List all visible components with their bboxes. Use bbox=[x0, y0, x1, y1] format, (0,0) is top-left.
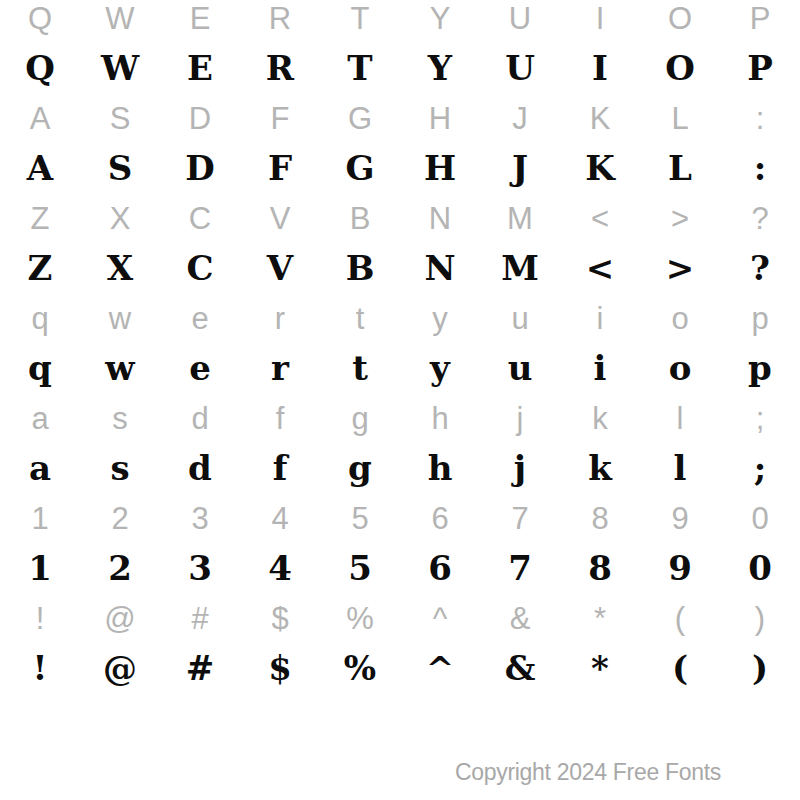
char-cell-ghost: C bbox=[189, 203, 211, 234]
char-cell-ghost: i bbox=[597, 303, 604, 334]
char-cell-solid: s bbox=[110, 451, 129, 485]
char-cell-solid: * bbox=[591, 651, 609, 685]
char-cell-solid: ^ bbox=[426, 651, 455, 685]
char-cell-solid: f bbox=[273, 451, 288, 485]
char-cell-ghost: k bbox=[592, 403, 608, 434]
char-cell-solid: B bbox=[346, 251, 375, 285]
char-cell-solid: e bbox=[189, 351, 211, 385]
char-cell-solid: a bbox=[29, 451, 51, 485]
char-cell-solid: C bbox=[186, 251, 213, 285]
char-cell-ghost: S bbox=[110, 103, 131, 134]
char-cell-solid: r bbox=[271, 351, 289, 385]
char-cell-ghost: ! bbox=[36, 603, 45, 634]
char-cell-ghost: K bbox=[590, 103, 611, 134]
char-cell-solid: t bbox=[352, 351, 368, 385]
char-cell-ghost: ( bbox=[675, 603, 685, 634]
char-cell-ghost: N bbox=[429, 203, 451, 234]
char-cell-solid: ? bbox=[750, 251, 770, 285]
char-cell-solid: # bbox=[186, 651, 215, 685]
char-cell-ghost: l bbox=[677, 403, 684, 434]
char-cell-ghost: Y bbox=[430, 3, 451, 34]
char-cell-solid: W bbox=[101, 51, 139, 85]
char-cell-ghost: d bbox=[191, 403, 208, 434]
char-cell-solid: % bbox=[344, 651, 376, 685]
char-cell-solid: ) bbox=[752, 651, 768, 685]
char-cell-solid: ! bbox=[33, 651, 48, 685]
char-cell-ghost: F bbox=[271, 103, 290, 134]
char-cell-ghost: o bbox=[671, 303, 688, 334]
char-cell-ghost: L bbox=[671, 103, 688, 134]
char-cell-ghost: % bbox=[346, 603, 374, 634]
char-cell-ghost: 8 bbox=[591, 503, 608, 534]
char-cell-solid: V bbox=[267, 251, 293, 285]
char-cell-ghost: ? bbox=[751, 203, 768, 234]
char-cell-ghost: O bbox=[668, 3, 692, 34]
char-cell-ghost: y bbox=[432, 303, 448, 334]
char-cell-solid: 1 bbox=[28, 551, 52, 585]
char-cell-ghost: 4 bbox=[271, 503, 288, 534]
char-cell-solid: H bbox=[424, 151, 456, 185]
char-cell-solid: o bbox=[669, 351, 692, 385]
char-cell-solid: Z bbox=[28, 251, 53, 285]
char-cell-solid: A bbox=[27, 151, 53, 185]
char-cell-ghost: Z bbox=[31, 203, 50, 234]
char-cell-ghost: < bbox=[591, 203, 609, 234]
char-cell-solid: < bbox=[586, 251, 615, 285]
char-cell-solid: p bbox=[748, 351, 772, 385]
char-cell-ghost: 6 bbox=[431, 503, 448, 534]
font-specimen-page: { "game": "font-specimen-character-map",… bbox=[0, 0, 800, 800]
char-cell-ghost: 0 bbox=[751, 503, 768, 534]
char-cell-ghost: * bbox=[594, 603, 606, 634]
copyright-text: Copyright 2024 Free Fonts bbox=[455, 759, 721, 787]
char-cell-ghost: R bbox=[269, 3, 291, 34]
char-cell-ghost: # bbox=[191, 603, 208, 634]
char-cell-ghost: a bbox=[31, 403, 48, 434]
char-cell-solid: N bbox=[424, 251, 455, 285]
char-cell-solid: U bbox=[505, 51, 535, 85]
char-cell-solid: $ bbox=[268, 651, 292, 685]
char-cell-solid: X bbox=[107, 251, 133, 285]
char-cell-solid: h bbox=[428, 451, 453, 485]
char-cell-solid: 2 bbox=[108, 551, 132, 585]
char-cell-ghost: u bbox=[511, 303, 528, 334]
char-cell-ghost: : bbox=[756, 103, 765, 134]
char-cell-ghost: W bbox=[105, 3, 134, 34]
char-cell-ghost: T bbox=[351, 3, 370, 34]
char-cell-solid: ( bbox=[672, 651, 688, 685]
char-cell-solid: L bbox=[668, 151, 692, 185]
char-cell-ghost: Q bbox=[28, 3, 52, 34]
char-cell-ghost: t bbox=[356, 303, 365, 334]
char-cell-solid: j bbox=[514, 451, 526, 485]
char-cell-solid: S bbox=[108, 151, 133, 185]
char-cell-solid: Y bbox=[428, 51, 452, 85]
character-grid: QWERTYUIOPQWERTYUIOPASDFGHJKL:ASDFGHJKL:… bbox=[0, 0, 800, 693]
char-cell-solid: 3 bbox=[188, 551, 212, 585]
char-cell-ghost: 5 bbox=[351, 503, 368, 534]
char-cell-ghost: M bbox=[507, 203, 533, 234]
char-cell-ghost: ) bbox=[755, 603, 765, 634]
char-cell-ghost: w bbox=[109, 303, 131, 334]
char-cell-ghost: > bbox=[671, 203, 689, 234]
char-cell-solid: K bbox=[585, 151, 615, 185]
char-cell-ghost: & bbox=[510, 603, 531, 634]
char-cell-solid: g bbox=[348, 451, 372, 485]
char-cell-ghost: ^ bbox=[433, 603, 448, 634]
char-cell-solid: F bbox=[268, 151, 292, 185]
char-cell-ghost: V bbox=[270, 203, 291, 234]
char-cell-ghost: q bbox=[31, 303, 48, 334]
char-cell-solid: 5 bbox=[348, 551, 372, 585]
char-cell-solid: T bbox=[347, 51, 372, 85]
char-cell-solid: M bbox=[501, 251, 539, 285]
char-cell-ghost: D bbox=[189, 103, 211, 134]
char-cell-solid: ; bbox=[754, 451, 767, 485]
char-cell-ghost: 7 bbox=[511, 503, 528, 534]
char-cell-solid: & bbox=[505, 651, 536, 685]
char-cell-ghost: 9 bbox=[671, 503, 688, 534]
char-cell-solid: G bbox=[345, 151, 374, 185]
char-cell-ghost: f bbox=[276, 403, 285, 434]
char-cell-ghost: E bbox=[190, 3, 211, 34]
char-cell-solid: i bbox=[594, 351, 607, 385]
char-cell-ghost: B bbox=[350, 203, 371, 234]
char-cell-solid: > bbox=[666, 251, 695, 285]
char-cell-ghost: H bbox=[429, 103, 451, 134]
char-cell-ghost: e bbox=[191, 303, 208, 334]
char-cell-solid: u bbox=[508, 351, 533, 385]
char-cell-ghost: 2 bbox=[111, 503, 128, 534]
char-cell-ghost: $ bbox=[271, 603, 288, 634]
char-cell-ghost: A bbox=[30, 103, 51, 134]
char-cell-ghost: g bbox=[351, 403, 368, 434]
char-cell-solid: J bbox=[512, 151, 528, 185]
char-cell-solid: k bbox=[588, 451, 612, 485]
char-cell-solid: 0 bbox=[748, 551, 772, 585]
char-cell-ghost: X bbox=[110, 203, 131, 234]
char-cell-solid: q bbox=[28, 351, 52, 385]
char-cell-ghost: p bbox=[751, 303, 768, 334]
char-cell-solid: d bbox=[188, 451, 212, 485]
char-cell-solid: : bbox=[754, 151, 767, 185]
char-cell-solid: @ bbox=[103, 651, 137, 685]
char-cell-solid: I bbox=[592, 51, 608, 85]
char-cell-solid: l bbox=[674, 451, 687, 485]
char-cell-ghost: G bbox=[348, 103, 372, 134]
char-cell-solid: R bbox=[266, 51, 294, 85]
char-cell-ghost: J bbox=[512, 103, 528, 134]
char-cell-solid: w bbox=[105, 351, 134, 385]
char-cell-ghost: P bbox=[750, 3, 771, 34]
char-cell-ghost: h bbox=[431, 403, 448, 434]
char-cell-ghost: I bbox=[596, 3, 605, 34]
char-cell-ghost: r bbox=[275, 303, 285, 334]
char-cell-solid: O bbox=[665, 51, 695, 85]
char-cell-solid: y bbox=[430, 351, 450, 385]
char-cell-ghost: ; bbox=[756, 403, 765, 434]
char-cell-solid: P bbox=[747, 51, 773, 85]
char-cell-ghost: @ bbox=[104, 603, 135, 634]
char-cell-solid: E bbox=[187, 51, 213, 85]
char-cell-solid: 7 bbox=[508, 551, 532, 585]
char-cell-ghost: j bbox=[517, 403, 524, 434]
char-cell-solid: 4 bbox=[268, 551, 292, 585]
char-cell-solid: 6 bbox=[428, 551, 452, 585]
char-cell-ghost: 1 bbox=[31, 503, 48, 534]
char-cell-solid: 8 bbox=[588, 551, 612, 585]
char-cell-ghost: 3 bbox=[191, 503, 208, 534]
char-cell-solid: Q bbox=[25, 51, 55, 85]
char-cell-ghost: U bbox=[509, 3, 531, 34]
char-cell-solid: 9 bbox=[668, 551, 692, 585]
char-cell-solid: D bbox=[185, 151, 214, 185]
char-cell-ghost: s bbox=[112, 403, 128, 434]
